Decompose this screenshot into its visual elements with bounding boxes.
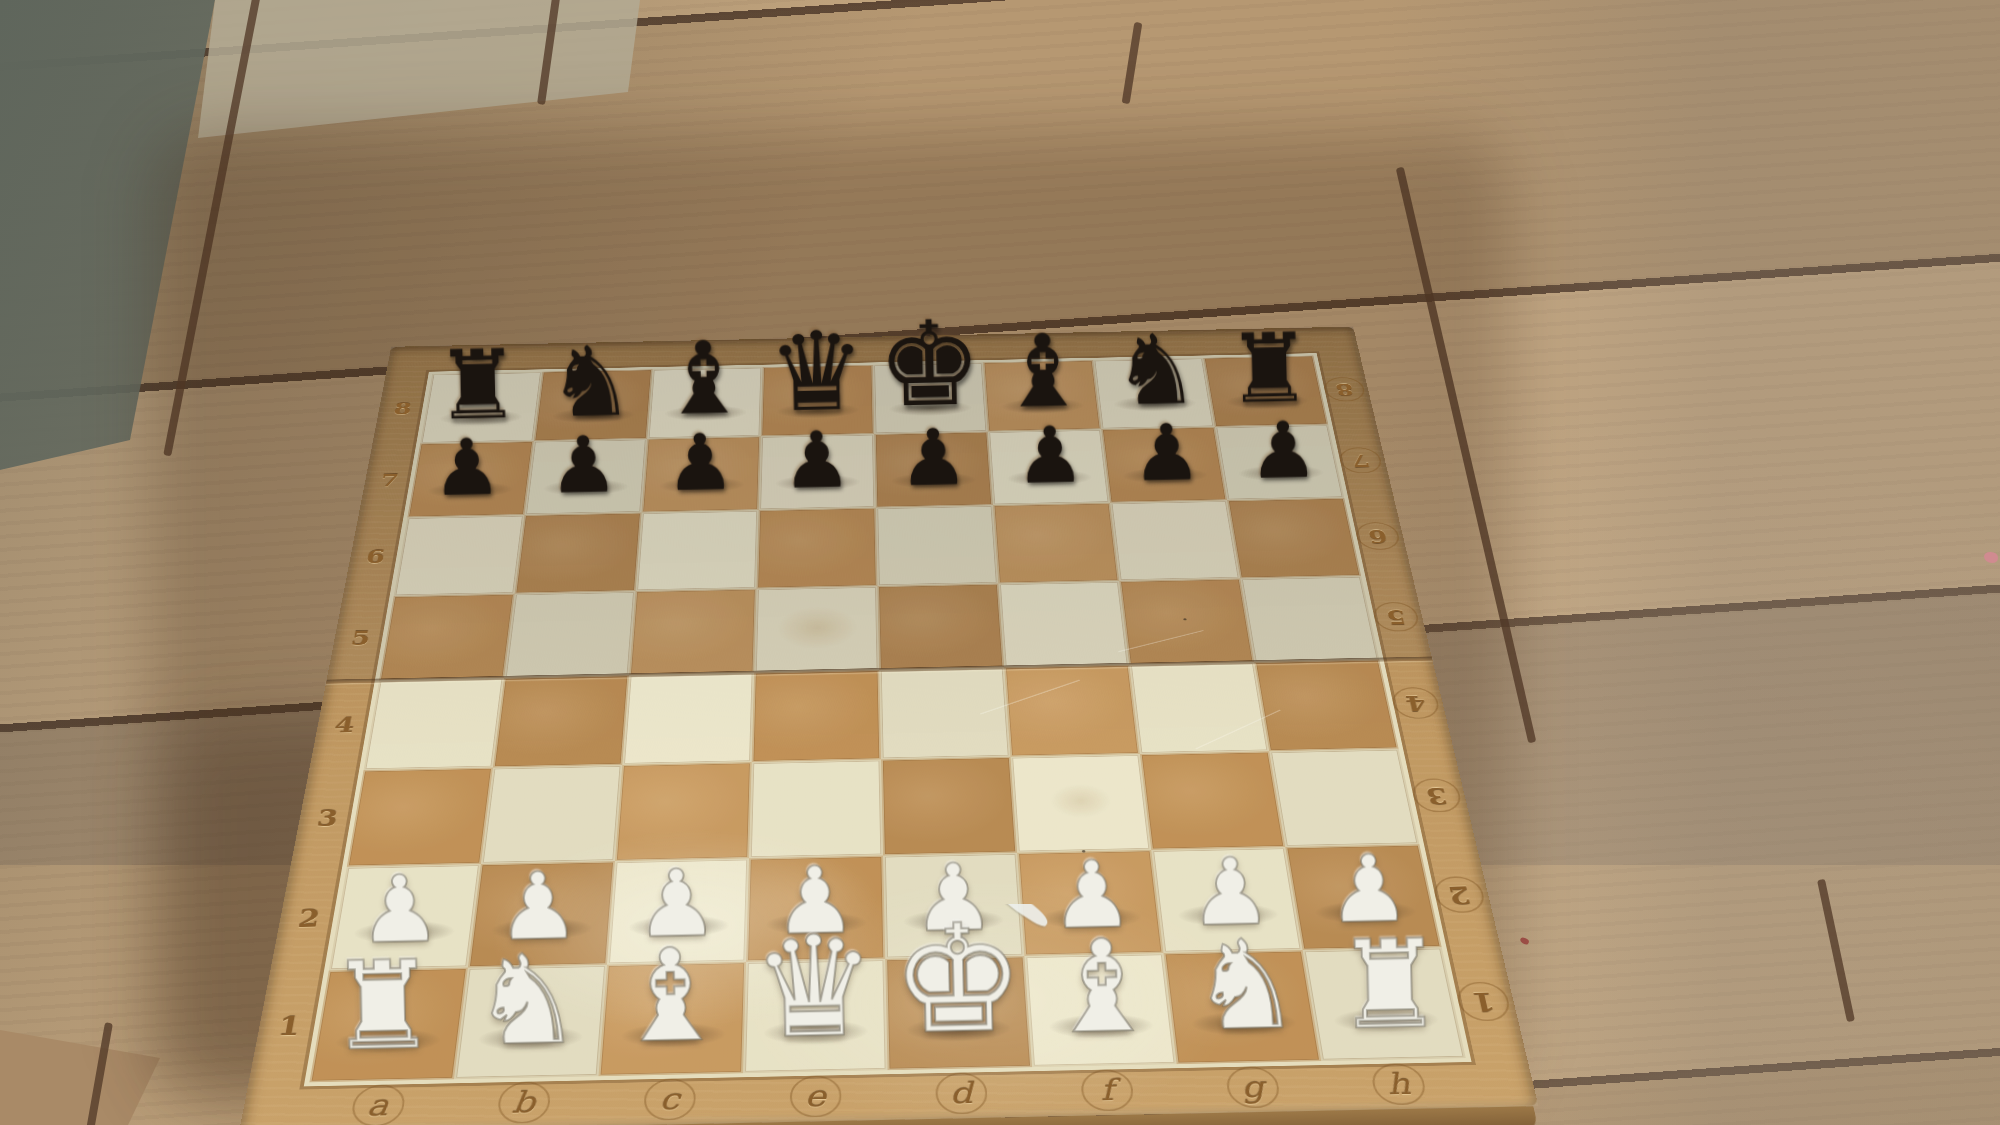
square-c4[interactable] xyxy=(622,672,754,764)
square-c1[interactable] xyxy=(598,962,746,1077)
photo-canvas: 1122334455667788abcedfgh♜♞♝♛♚♝♞♜♟♟♟♟♟♟♟♟… xyxy=(0,0,2000,1125)
square-h3[interactable] xyxy=(1269,749,1419,848)
square-g6[interactable] xyxy=(1110,500,1240,581)
square-h2[interactable] xyxy=(1285,844,1441,950)
square-g8[interactable] xyxy=(1093,358,1215,429)
square-a1[interactable] xyxy=(309,968,468,1083)
square-f1[interactable] xyxy=(1024,953,1176,1067)
square-c2[interactable] xyxy=(607,858,749,964)
square-d6[interactable] xyxy=(756,508,877,589)
square-c5[interactable] xyxy=(629,589,756,675)
square-b3[interactable] xyxy=(481,765,622,864)
square-b7[interactable] xyxy=(524,439,647,515)
square-f5[interactable] xyxy=(998,581,1129,667)
square-g4[interactable] xyxy=(1129,662,1269,754)
square-d8[interactable] xyxy=(761,365,875,437)
square-g7[interactable] xyxy=(1101,427,1227,503)
square-h8[interactable] xyxy=(1203,355,1328,426)
square-e6[interactable] xyxy=(876,505,999,586)
square-c3[interactable] xyxy=(615,762,752,861)
square-e1[interactable] xyxy=(885,956,1032,1070)
coordinate-label-8: 8 xyxy=(392,399,413,418)
square-b1[interactable] xyxy=(454,965,607,1080)
coordinate-label-6: 6 xyxy=(364,546,386,567)
square-d5[interactable] xyxy=(754,586,879,672)
square-d1[interactable] xyxy=(743,959,888,1073)
square-e3[interactable] xyxy=(881,757,1017,856)
square-f2[interactable] xyxy=(1017,850,1163,956)
square-b8[interactable] xyxy=(534,369,653,441)
square-d3[interactable] xyxy=(749,759,883,858)
square-a5[interactable] xyxy=(379,594,515,681)
square-e2[interactable] xyxy=(883,853,1024,959)
square-f4[interactable] xyxy=(1004,665,1140,757)
square-c8[interactable] xyxy=(647,367,762,439)
coordinate-label-5: 5 xyxy=(349,627,372,650)
square-a2[interactable] xyxy=(329,864,481,971)
square-e5[interactable] xyxy=(877,584,1004,670)
square-e7[interactable] xyxy=(874,432,993,508)
square-c7[interactable] xyxy=(642,436,761,512)
square-g1[interactable] xyxy=(1163,950,1321,1064)
square-g5[interactable] xyxy=(1119,578,1254,664)
square-b2[interactable] xyxy=(468,861,615,967)
square-g3[interactable] xyxy=(1140,751,1285,850)
square-h1[interactable] xyxy=(1303,947,1466,1061)
square-f6[interactable] xyxy=(993,503,1119,584)
square-a3[interactable] xyxy=(347,768,493,867)
square-e4[interactable] xyxy=(879,667,1010,759)
square-h5[interactable] xyxy=(1240,576,1379,662)
chess-board-wrapper: 1122334455667788abcedfgh♜♞♝♛♚♝♞♜♟♟♟♟♟♟♟♟… xyxy=(212,0,1539,1125)
square-c6[interactable] xyxy=(636,510,759,591)
square-g2[interactable] xyxy=(1151,847,1302,953)
square-h4[interactable] xyxy=(1254,659,1398,751)
square-a8[interactable] xyxy=(420,372,542,444)
playing-field xyxy=(309,355,1465,1082)
square-f3[interactable] xyxy=(1010,754,1151,853)
square-h7[interactable] xyxy=(1215,424,1344,500)
square-d2[interactable] xyxy=(746,856,885,962)
square-b5[interactable] xyxy=(504,591,635,678)
square-a6[interactable] xyxy=(394,515,525,596)
square-f8[interactable] xyxy=(983,360,1101,431)
square-a4[interactable] xyxy=(364,678,505,771)
chess-board: 1122334455667788abcedfgh♜♞♝♛♚♝♞♜♟♟♟♟♟♟♟♟… xyxy=(239,327,1539,1125)
square-b4[interactable] xyxy=(493,675,629,767)
square-a7[interactable] xyxy=(407,441,533,517)
square-d4[interactable] xyxy=(752,670,881,762)
square-f7[interactable] xyxy=(988,429,1110,505)
square-h6[interactable] xyxy=(1227,498,1361,579)
square-b6[interactable] xyxy=(515,513,642,594)
square-d7[interactable] xyxy=(759,434,876,510)
square-e8[interactable] xyxy=(873,362,988,434)
pink-speck xyxy=(1984,552,1998,563)
